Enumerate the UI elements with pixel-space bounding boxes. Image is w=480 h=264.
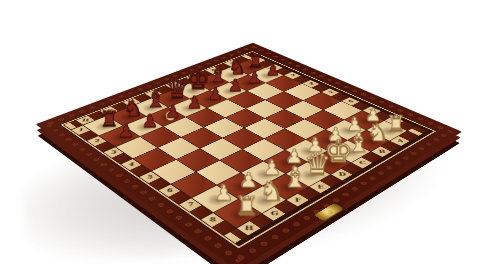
piece-light-knight-g8: ♞ <box>260 178 284 205</box>
file-label-B-near-text: B <box>378 150 386 154</box>
piece-dark-pawn-b2: ♟ <box>247 70 262 86</box>
piece-dark-pawn-c2: ♟ <box>228 78 243 95</box>
piece-dark-pawn-f2: ♟ <box>165 103 181 121</box>
piece-light-rook-h8: ♜ <box>235 193 258 219</box>
file-label-F-far-text: F <box>129 101 135 104</box>
rank-label-7-right-text: 7 <box>369 109 375 112</box>
file-label-H-near-text: H <box>245 225 254 231</box>
square-f5 <box>201 138 242 160</box>
file-label-C-far-text: C <box>192 76 198 79</box>
piece-light-rook-a8: ♜ <box>387 113 406 135</box>
rank-label-1-right-text: 1 <box>256 59 260 62</box>
file-label-C-near-text: C <box>359 161 366 165</box>
rank-label-6-right-text: 6 <box>348 100 354 103</box>
file-label-H-far-text: H <box>81 118 89 122</box>
rank-label-1-left-text: 1 <box>78 128 85 132</box>
piece-dark-pawn-d2: ♟ <box>208 86 223 103</box>
piece-dark-knight-b1: ♞ <box>228 57 246 77</box>
rank-label-3-left-text: 3 <box>110 150 117 154</box>
file-label-D-far-text: D <box>171 84 177 87</box>
file-label-B-far-text: B <box>211 69 217 72</box>
piece-dark-bishop-f1: ♝ <box>145 87 166 111</box>
piece-dark-queen-e1: ♛ <box>166 77 189 102</box>
file-label-E-near-text: E <box>317 185 324 190</box>
piece-light-pawn-h7: ♟ <box>214 183 233 204</box>
file-label-D-near-text: D <box>338 172 346 177</box>
piece-dark-pawn-g2: ♟ <box>142 112 158 130</box>
file-label-G-near-text: G <box>270 211 278 216</box>
rank-label-5-left-text: 5 <box>147 175 154 180</box>
rank-label-8-left-text: 8 <box>209 217 216 222</box>
rank-label-3-right-text: 3 <box>290 74 295 77</box>
rank-label-2-left-text: 2 <box>94 139 101 143</box>
piece-light-pawn-g7: ♟ <box>239 170 258 191</box>
piece-dark-rook-h1: ♜ <box>100 108 119 129</box>
piece-dark-pawn-e2: ♟ <box>187 94 203 111</box>
file-label-F-near-text: F <box>295 197 302 202</box>
rank-label-2-right-text: 2 <box>273 66 278 69</box>
piece-light-queen-e8: ♛ <box>304 149 331 179</box>
piece-light-bishop-f8: ♝ <box>283 164 308 192</box>
rank-label-4-right-text: 4 <box>309 82 314 85</box>
rank-label-7-left-text: 7 <box>187 202 194 207</box>
product-photo-stage: HGFEDCBA1♜♞♝♛♚♝♞♜12♟♟♟♟♟♟♟♟2334455667♟♟♟… <box>0 0 480 264</box>
piece-dark-pawn-h2: ♟ <box>118 122 135 141</box>
rank-label-4-left-text: 4 <box>128 162 135 166</box>
file-label-E-far-text: E <box>151 92 157 95</box>
rank-label-5-right-text: 5 <box>328 91 333 94</box>
piece-dark-king-d1: ♚ <box>186 67 210 93</box>
rank-label-6-left-text: 6 <box>166 188 173 193</box>
piece-dark-bishop-c1: ♝ <box>208 63 228 85</box>
file-label-A-near-text: A <box>396 139 403 143</box>
file-label-A-far-text: A <box>230 62 235 65</box>
piece-dark-pawn-a2: ♟ <box>266 62 280 78</box>
